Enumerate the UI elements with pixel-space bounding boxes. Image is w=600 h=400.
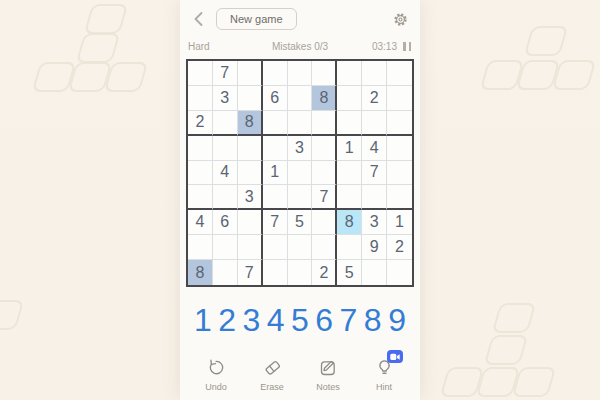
difficulty-label: Hard [188,41,256,52]
sudoku-cell-r7c6[interactable] [312,210,337,235]
sudoku-cell-r1c5[interactable] [288,61,313,86]
game-panel: New game Hard Mistakes 0/3 03:13 7368228… [180,0,420,400]
hint-label: Hint [376,382,392,392]
deco-shape [84,4,129,34]
deco-shape [104,62,149,92]
sudoku-cell-r8c8[interactable]: 9 [362,235,387,260]
sudoku-cell-r9c4[interactable] [263,260,288,285]
sudoku-cell-r2c5[interactable] [288,86,313,111]
back-button[interactable] [190,9,208,29]
sudoku-cell-r4c9[interactable] [387,136,412,161]
sudoku-cell-r5c6[interactable] [312,161,337,186]
erase-label: Erase [260,382,284,392]
sudoku-cell-r4c3[interactable] [238,136,263,161]
sudoku-cell-r7c9[interactable]: 1 [387,210,412,235]
sudoku-cell-r3c7[interactable] [337,111,362,136]
sudoku-cell-r2c6[interactable]: 8 [312,86,337,111]
sudoku-cell-r7c3[interactable] [238,210,263,235]
sudoku-cell-r9c6[interactable]: 2 [312,260,337,285]
sudoku-cell-r1c4[interactable] [263,61,288,86]
eraser-icon [260,355,284,379]
sudoku-cell-r7c4[interactable]: 7 [263,210,288,235]
undo-label: Undo [205,382,227,392]
undo-button[interactable]: Undo [204,355,228,392]
sudoku-cell-r8c1[interactable] [188,235,213,260]
sudoku-cell-r6c6[interactable]: 7 [312,185,337,210]
deco-shape [484,335,529,365]
toolbar: Undo Erase [204,355,396,392]
status-bar: Hard Mistakes 0/3 03:13 [188,41,412,52]
sudoku-cell-r6c4[interactable] [263,185,288,210]
notes-label: Notes [316,382,340,392]
sudoku-cell-r8c3[interactable] [238,235,263,260]
sudoku-cell-r9c3[interactable]: 7 [238,260,263,285]
sudoku-cell-r7c5[interactable]: 5 [288,210,313,235]
sudoku-cell-r6c1[interactable] [188,185,213,210]
sudoku-cell-r8c9[interactable]: 2 [387,235,412,260]
sudoku-cell-r9c8[interactable] [362,260,387,285]
sudoku-cell-r4c6[interactable] [312,136,337,161]
deco-shape [0,300,24,330]
hint-button[interactable]: Hint [372,355,396,392]
video-icon [390,353,400,361]
sudoku-cell-r4c1[interactable] [188,136,213,161]
deco-shape [76,33,121,63]
sudoku-cell-r5c9[interactable] [387,161,412,186]
deco-shape [524,26,569,56]
sudoku-cell-r7c2[interactable]: 6 [213,210,238,235]
numpad-digit-7[interactable]: 7 [340,304,358,336]
sudoku-cell-r1c2[interactable]: 7 [213,61,238,86]
sudoku-cell-r1c9[interactable] [387,61,412,86]
sudoku-cell-r2c7[interactable] [337,86,362,111]
sudoku-cell-r6c8[interactable] [362,185,387,210]
sudoku-cell-r1c8[interactable] [362,61,387,86]
deco-shape [552,60,597,90]
chevron-left-icon [191,10,207,28]
sudoku-cell-r2c9[interactable] [387,86,412,111]
sudoku-cell-r3c1[interactable]: 2 [188,111,213,136]
sudoku-cell-r6c9[interactable] [387,185,412,210]
sudoku-cell-r1c6[interactable] [312,61,337,86]
numpad-digit-2[interactable]: 2 [218,304,236,336]
new-game-button[interactable]: New game [216,8,297,30]
sudoku-cell-r9c2[interactable] [213,260,238,285]
numpad-digit-6[interactable]: 6 [315,304,333,336]
sudoku-cell-r3c9[interactable] [387,111,412,136]
sudoku-cell-r2c1[interactable] [188,86,213,111]
sudoku-cell-r4c4[interactable] [263,136,288,161]
sudoku-cell-r1c7[interactable] [337,61,362,86]
pencil-square-icon [316,355,340,379]
sudoku-cell-r4c5[interactable]: 3 [288,136,313,161]
sudoku-cell-r8c4[interactable] [263,235,288,260]
number-pad: 123456789 [194,299,406,341]
erase-button[interactable]: Erase [260,355,284,392]
sudoku-cell-r6c7[interactable] [337,185,362,210]
gear-icon [392,11,409,28]
sudoku-grid: 7368228314417374675831928725 [186,59,414,287]
sudoku-cell-r2c3[interactable] [238,86,263,111]
sudoku-cell-r7c8[interactable]: 3 [362,210,387,235]
settings-button[interactable] [390,9,410,29]
sudoku-cell-r5c1[interactable] [188,161,213,186]
sudoku-cell-r4c7[interactable]: 1 [337,136,362,161]
lightbulb-icon [372,355,396,379]
numpad-digit-8[interactable]: 8 [364,304,382,336]
numpad-digit-3[interactable]: 3 [243,304,261,336]
sudoku-cell-r3c5[interactable] [288,111,313,136]
sudoku-cell-r2c2[interactable]: 3 [213,86,238,111]
sudoku-cell-r5c2[interactable]: 4 [213,161,238,186]
undo-icon [204,355,228,379]
deco-shape [492,303,537,333]
sudoku-cell-r5c8[interactable]: 7 [362,161,387,186]
sudoku-cell-r7c1[interactable]: 4 [188,210,213,235]
sudoku-cell-r5c4[interactable]: 1 [263,161,288,186]
sudoku-cell-r9c7[interactable]: 5 [337,260,362,285]
sudoku-cell-r9c5[interactable] [288,260,313,285]
app-background: New game Hard Mistakes 0/3 03:13 7368228… [0,0,600,400]
numpad-digit-5[interactable]: 5 [291,304,309,336]
sudoku-cell-r5c7[interactable] [337,161,362,186]
hint-ad-badge [387,350,403,363]
sudoku-cell-r4c2[interactable] [213,136,238,161]
sudoku-cell-r3c8[interactable] [362,111,387,136]
sudoku-cell-r6c2[interactable] [213,185,238,210]
sudoku-cell-r8c5[interactable] [288,235,313,260]
sudoku-cell-r1c1[interactable] [188,61,213,86]
pause-button[interactable] [402,41,412,52]
sudoku-cell-r6c5[interactable] [288,185,313,210]
notes-button[interactable]: Notes [316,355,340,392]
timer-label: 03:13 [372,41,397,52]
numpad-digit-9[interactable]: 9 [388,304,406,336]
sudoku-cell-r8c6[interactable] [312,235,337,260]
sudoku-cell-r7c7[interactable]: 8 [337,210,362,235]
sudoku-cell-r9c1[interactable]: 8 [188,260,213,285]
sudoku-cell-r1c3[interactable] [238,61,263,86]
mistakes-label: Mistakes 0/3 [256,41,344,52]
sudoku-cell-r4c8[interactable]: 4 [362,136,387,161]
sudoku-cell-r3c2[interactable] [213,111,238,136]
sudoku-cell-r9c9[interactable] [387,260,412,285]
sudoku-cell-r8c7[interactable] [337,235,362,260]
sudoku-cell-r8c2[interactable] [213,235,238,260]
deco-shape [512,367,557,397]
header: New game [190,6,410,32]
sudoku-cell-r3c6[interactable] [312,111,337,136]
sudoku-cell-r5c5[interactable] [288,161,313,186]
sudoku-cell-r6c3[interactable]: 3 [238,185,263,210]
numpad-digit-1[interactable]: 1 [194,304,212,336]
sudoku-cell-r2c4[interactable]: 6 [263,86,288,111]
sudoku-cell-r2c8[interactable]: 2 [362,86,387,111]
sudoku-cell-r5c3[interactable] [238,161,263,186]
sudoku-cell-r3c4[interactable] [263,111,288,136]
numpad-digit-4[interactable]: 4 [267,304,285,336]
sudoku-cell-r3c3[interactable]: 8 [238,111,263,136]
